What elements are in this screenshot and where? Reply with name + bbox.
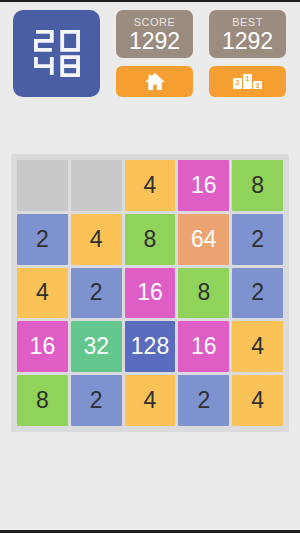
tile-2: 2 xyxy=(71,268,122,319)
tile-4: 4 xyxy=(232,375,283,426)
tile-8: 8 xyxy=(125,214,176,265)
podium-rank-1: 1 xyxy=(243,74,252,89)
tile-2: 2 xyxy=(71,375,122,426)
best-column: BEST 1292 2 1 3 xyxy=(209,10,286,97)
podium-rank-3: 3 xyxy=(253,81,262,89)
tile-4: 4 xyxy=(125,160,176,211)
header: SCORE 1292 BEST 1292 2 1 3 xyxy=(13,10,286,97)
tile-16: 16 xyxy=(17,321,68,372)
empty-cell xyxy=(71,160,122,211)
tile-2: 2 xyxy=(232,214,283,265)
tile-64: 64 xyxy=(178,214,229,265)
tile-2: 2 xyxy=(17,214,68,265)
score-value: 1292 xyxy=(129,29,180,54)
tile-2: 2 xyxy=(232,268,283,319)
leaderboard-button[interactable]: 2 1 3 xyxy=(209,66,286,97)
tile-16: 16 xyxy=(178,321,229,372)
tile-4: 4 xyxy=(17,268,68,319)
tile-4: 4 xyxy=(232,321,283,372)
logo-2048-glyph xyxy=(34,30,80,77)
tile-8: 8 xyxy=(178,268,229,319)
best-value: 1292 xyxy=(222,29,273,54)
tile-8: 8 xyxy=(232,160,283,211)
tile-4: 4 xyxy=(71,214,122,265)
empty-cell xyxy=(17,160,68,211)
best-box: BEST 1292 xyxy=(209,10,286,58)
podium-rank-2: 2 xyxy=(233,78,242,89)
home-icon xyxy=(144,72,166,91)
tile-128: 128 xyxy=(125,321,176,372)
podium-icon: 2 1 3 xyxy=(233,74,262,89)
tile-4: 4 xyxy=(125,375,176,426)
tile-8: 8 xyxy=(17,375,68,426)
score-column: SCORE 1292 xyxy=(116,10,193,97)
home-button[interactable] xyxy=(116,66,193,97)
top-edge-bar xyxy=(0,0,300,2)
logo-2048 xyxy=(13,10,100,97)
tile-16: 16 xyxy=(178,160,229,211)
tile-2: 2 xyxy=(178,375,229,426)
tile-16: 16 xyxy=(125,268,176,319)
game-board[interactable]: 4168248642421682163212816482424 xyxy=(11,154,289,432)
tile-32: 32 xyxy=(71,321,122,372)
score-box: SCORE 1292 xyxy=(116,10,193,58)
